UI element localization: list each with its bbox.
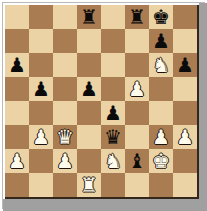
window-shadow-bottom [3, 199, 207, 211]
square-a6[interactable]: ♟ [5, 53, 29, 77]
square-d7[interactable] [77, 29, 101, 53]
square-b5[interactable]: ♟ [29, 77, 53, 101]
square-d5[interactable]: ♟ [77, 77, 101, 101]
square-c8[interactable] [53, 5, 77, 29]
square-a1[interactable] [5, 173, 29, 197]
square-g8[interactable]: ♚ [149, 5, 173, 29]
square-h3[interactable]: ♟ [173, 125, 197, 149]
square-e7[interactable] [101, 29, 125, 53]
chess-board: ♜♜♚♟♟♞♟♟♟♟♟♟♛♛♟♟♟♟♞♝♚♜ [5, 5, 199, 199]
square-g3[interactable]: ♟ [149, 125, 173, 149]
window-shadow-right [199, 3, 207, 211]
black-pawn[interactable]: ♟ [77, 77, 101, 101]
square-b6[interactable] [29, 53, 53, 77]
black-bishop[interactable]: ♝ [125, 149, 149, 173]
square-f2[interactable]: ♝ [125, 149, 149, 173]
black-pawn[interactable]: ♟ [5, 53, 29, 77]
square-b2[interactable] [29, 149, 53, 173]
white-pawn[interactable]: ♟ [5, 149, 29, 173]
square-b1[interactable] [29, 173, 53, 197]
square-g1[interactable] [149, 173, 173, 197]
square-h7[interactable] [173, 29, 197, 53]
square-a2[interactable]: ♟ [5, 149, 29, 173]
square-d6[interactable] [77, 53, 101, 77]
square-d4[interactable] [77, 101, 101, 125]
black-king[interactable]: ♚ [149, 5, 173, 29]
square-b4[interactable] [29, 101, 53, 125]
square-a7[interactable] [5, 29, 29, 53]
white-rook[interactable]: ♜ [77, 173, 101, 197]
square-f5[interactable]: ♟ [125, 77, 149, 101]
square-c7[interactable] [53, 29, 77, 53]
square-a5[interactable] [5, 77, 29, 101]
square-h5[interactable] [173, 77, 197, 101]
white-knight[interactable]: ♞ [149, 53, 173, 77]
square-h4[interactable] [173, 101, 197, 125]
square-e1[interactable] [101, 173, 125, 197]
square-f4[interactable] [125, 101, 149, 125]
square-b3[interactable]: ♟ [29, 125, 53, 149]
square-e8[interactable] [101, 5, 125, 29]
square-h2[interactable] [173, 149, 197, 173]
black-pawn[interactable]: ♟ [101, 101, 125, 125]
square-a3[interactable] [5, 125, 29, 149]
black-queen[interactable]: ♛ [101, 125, 125, 149]
square-d2[interactable] [77, 149, 101, 173]
square-g2[interactable]: ♚ [149, 149, 173, 173]
black-pawn[interactable]: ♟ [149, 29, 173, 53]
square-c2[interactable]: ♟ [53, 149, 77, 173]
square-d8[interactable]: ♜ [77, 5, 101, 29]
white-queen[interactable]: ♛ [53, 125, 77, 149]
white-pawn[interactable]: ♟ [29, 125, 53, 149]
square-b7[interactable] [29, 29, 53, 53]
white-knight[interactable]: ♞ [101, 149, 125, 173]
white-pawn[interactable]: ♟ [53, 149, 77, 173]
white-pawn[interactable]: ♟ [173, 125, 197, 149]
square-c3[interactable]: ♛ [53, 125, 77, 149]
white-pawn[interactable]: ♟ [125, 77, 149, 101]
square-g5[interactable] [149, 77, 173, 101]
square-g4[interactable] [149, 101, 173, 125]
square-e2[interactable]: ♞ [101, 149, 125, 173]
square-c1[interactable] [53, 173, 77, 197]
square-a8[interactable] [5, 5, 29, 29]
chess-window: ♜♜♚♟♟♞♟♟♟♟♟♟♛♛♟♟♟♟♞♝♚♜ [0, 0, 207, 211]
square-d3[interactable] [77, 125, 101, 149]
square-f1[interactable] [125, 173, 149, 197]
square-g6[interactable]: ♞ [149, 53, 173, 77]
square-c6[interactable] [53, 53, 77, 77]
square-f6[interactable] [125, 53, 149, 77]
white-king[interactable]: ♚ [149, 149, 173, 173]
white-pawn[interactable]: ♟ [149, 125, 173, 149]
square-g7[interactable]: ♟ [149, 29, 173, 53]
square-f3[interactable] [125, 125, 149, 149]
square-a4[interactable] [5, 101, 29, 125]
square-e5[interactable] [101, 77, 125, 101]
square-f7[interactable] [125, 29, 149, 53]
black-pawn[interactable]: ♟ [29, 77, 53, 101]
square-c4[interactable] [53, 101, 77, 125]
square-e3[interactable]: ♛ [101, 125, 125, 149]
square-b8[interactable] [29, 5, 53, 29]
black-pawn[interactable]: ♟ [173, 53, 197, 77]
square-c5[interactable] [53, 77, 77, 101]
square-h1[interactable] [173, 173, 197, 197]
black-rook[interactable]: ♜ [125, 5, 149, 29]
black-rook[interactable]: ♜ [77, 5, 101, 29]
square-h6[interactable]: ♟ [173, 53, 197, 77]
square-f8[interactable]: ♜ [125, 5, 149, 29]
square-d1[interactable]: ♜ [77, 173, 101, 197]
square-h8[interactable] [173, 5, 197, 29]
square-e4[interactable]: ♟ [101, 101, 125, 125]
square-e6[interactable] [101, 53, 125, 77]
